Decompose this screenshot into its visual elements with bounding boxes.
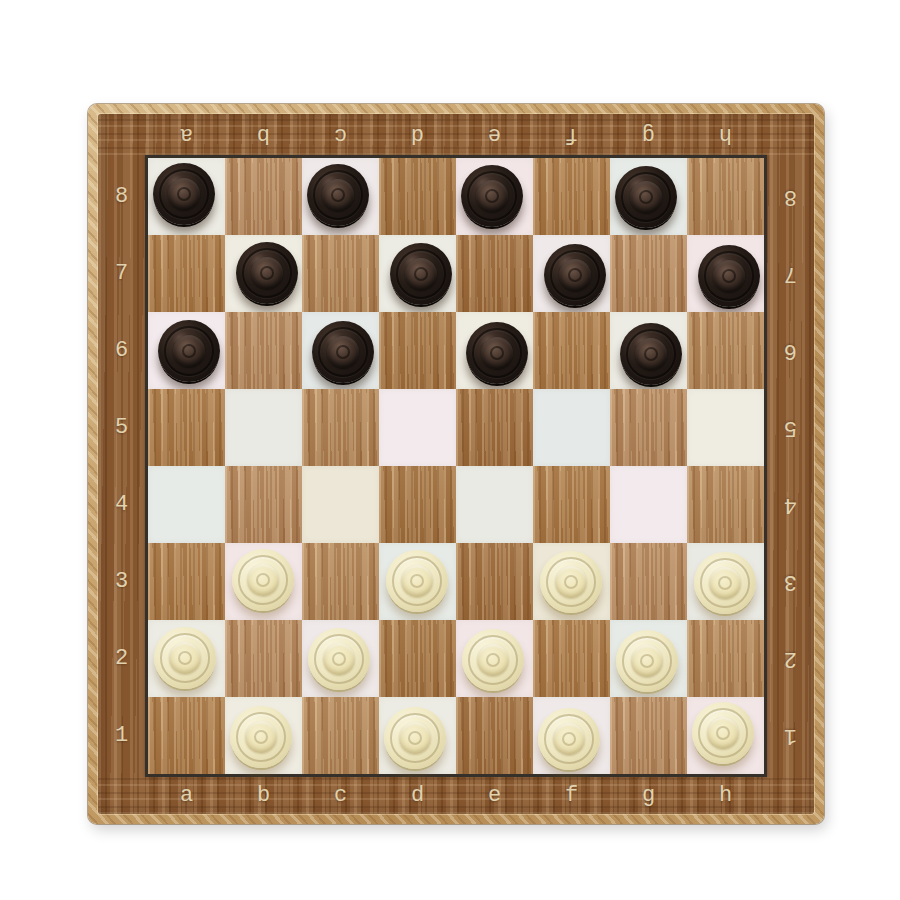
dark-checker-b7[interactable] [236,242,298,304]
checker-dimple [568,268,582,282]
square-b2[interactable] [225,620,302,697]
square-h7[interactable] [687,235,764,312]
rank-label-left-1: 1 [98,697,145,774]
ivory-checker-f3[interactable] [540,551,602,613]
ivory-checker-f1[interactable] [538,708,600,770]
square-d4[interactable] [379,466,456,543]
rank-label-left-2: 2 [98,620,145,697]
file-label-bottom-d: d [379,777,456,814]
ivory-checker-b3[interactable] [232,549,294,611]
square-e6[interactable] [456,312,533,389]
checker-dimple [182,344,196,358]
checker-dimple [640,654,654,668]
square-f8[interactable] [533,158,610,235]
square-a8[interactable] [148,158,225,235]
square-a4[interactable] [148,466,225,543]
square-d8[interactable] [379,158,456,235]
dark-checker-g8[interactable] [615,166,677,228]
checker-dimple [408,731,422,745]
file-labels-bottom: abcdefgh [148,777,764,814]
checker-dimple [336,345,350,359]
square-f7[interactable] [533,235,610,312]
checker-dimple [722,269,736,283]
square-h5[interactable] [687,389,764,466]
file-label-bottom-e: e [456,777,533,814]
square-e5[interactable] [456,389,533,466]
rank-label-right-6: 6 [767,312,814,389]
checker-dimple [260,266,274,280]
ivory-checker-h1[interactable] [692,702,754,764]
file-label-top-e: e [456,114,533,155]
square-f3[interactable] [533,543,610,620]
file-labels-top: abcdefgh [148,114,764,155]
square-g8[interactable] [610,158,687,235]
checker-dimple [639,190,653,204]
file-label-top-g: g [610,114,687,155]
file-label-top-a: a [148,114,225,155]
rank-label-left-8: 8 [98,158,145,235]
square-a6[interactable] [148,312,225,389]
checker-dimple [254,730,268,744]
square-b5[interactable] [225,389,302,466]
square-h8[interactable] [687,158,764,235]
ivory-checker-h3[interactable] [694,552,756,614]
rank-label-right-8: 8 [767,158,814,235]
square-g7[interactable] [610,235,687,312]
rank-label-left-3: 3 [98,543,145,620]
square-b1[interactable] [225,697,302,774]
square-h4[interactable] [687,466,764,543]
checker-dimple [178,651,192,665]
square-a3[interactable] [148,543,225,620]
checker-dimple [410,574,424,588]
square-f2[interactable] [533,620,610,697]
square-g4[interactable] [610,466,687,543]
square-c4[interactable] [302,466,379,543]
square-b3[interactable] [225,543,302,620]
square-c6[interactable] [302,312,379,389]
ivory-checker-c2[interactable] [308,628,370,690]
file-label-bottom-c: c [302,777,379,814]
board-grid [145,155,767,777]
square-f4[interactable] [533,466,610,543]
square-c7[interactable] [302,235,379,312]
square-b4[interactable] [225,466,302,543]
square-g2[interactable] [610,620,687,697]
square-c2[interactable] [302,620,379,697]
file-label-bottom-f: f [533,777,610,814]
checker-dimple [485,189,499,203]
square-c5[interactable] [302,389,379,466]
square-a7[interactable] [148,235,225,312]
file-label-top-b: b [225,114,302,155]
square-d2[interactable] [379,620,456,697]
square-a2[interactable] [148,620,225,697]
checker-dimple [331,188,345,202]
square-g1[interactable] [610,697,687,774]
square-c3[interactable] [302,543,379,620]
rank-label-right-3: 3 [767,543,814,620]
square-f6[interactable] [533,312,610,389]
ivory-checker-d3[interactable] [386,550,448,612]
product-photo-background: abcdefgh abcdefgh 87654321 87654321 [0,0,900,900]
square-h2[interactable] [687,620,764,697]
square-c8[interactable] [302,158,379,235]
file-label-top-h: h [687,114,764,155]
checker-dimple [718,576,732,590]
square-b8[interactable] [225,158,302,235]
file-label-top-d: d [379,114,456,155]
checker-dimple [256,573,270,587]
dark-checker-a8[interactable] [153,163,215,225]
square-d5[interactable] [379,389,456,466]
square-e7[interactable] [456,235,533,312]
dark-checker-c8[interactable] [307,164,369,226]
rank-label-left-4: 4 [98,466,145,543]
square-d7[interactable] [379,235,456,312]
ivory-checker-d1[interactable] [384,707,446,769]
square-c1[interactable] [302,697,379,774]
square-f5[interactable] [533,389,610,466]
dark-checker-e6[interactable] [466,322,528,384]
square-g5[interactable] [610,389,687,466]
square-e1[interactable] [456,697,533,774]
checker-dimple [486,653,500,667]
file-label-top-f: f [533,114,610,155]
ivory-checker-b1[interactable] [230,706,292,768]
square-a5[interactable] [148,389,225,466]
square-f1[interactable] [533,697,610,774]
square-h1[interactable] [687,697,764,774]
rank-label-right-7: 7 [767,235,814,312]
checker-dimple [716,726,730,740]
file-label-bottom-a: a [148,777,225,814]
square-d3[interactable] [379,543,456,620]
checker-dimple [332,652,346,666]
rank-label-left-5: 5 [98,389,145,466]
square-d6[interactable] [379,312,456,389]
square-a1[interactable] [148,697,225,774]
checker-dimple [177,187,191,201]
checker-dimple [644,347,658,361]
square-e2[interactable] [456,620,533,697]
square-e3[interactable] [456,543,533,620]
dark-checker-a6[interactable] [158,320,220,382]
checker-dimple [490,346,504,360]
board-frame: abcdefgh abcdefgh 87654321 87654321 [88,104,824,824]
board-surface: abcdefgh abcdefgh 87654321 87654321 [98,114,814,814]
dark-checker-e8[interactable] [461,165,523,227]
file-label-top-c: c [302,114,379,155]
file-label-bottom-h: h [687,777,764,814]
dark-checker-f7[interactable] [544,244,606,306]
checker-dimple [414,267,428,281]
square-b6[interactable] [225,312,302,389]
square-h6[interactable] [687,312,764,389]
ivory-checker-g2[interactable] [616,630,678,692]
square-e8[interactable] [456,158,533,235]
rank-labels-left: 87654321 [98,158,145,774]
square-h3[interactable] [687,543,764,620]
rank-labels-right: 87654321 [767,158,814,774]
ivory-checker-a2[interactable] [154,627,216,689]
rank-label-right-4: 4 [767,466,814,543]
dark-checker-h7[interactable] [698,245,760,307]
square-e4[interactable] [456,466,533,543]
dark-checker-g6[interactable] [620,323,682,385]
rank-label-right-5: 5 [767,389,814,466]
rank-label-right-2: 2 [767,620,814,697]
file-label-bottom-b: b [225,777,302,814]
ivory-checker-e2[interactable] [462,629,524,691]
square-g3[interactable] [610,543,687,620]
square-b7[interactable] [225,235,302,312]
checker-dimple [562,732,576,746]
rank-label-left-6: 6 [98,312,145,389]
dark-checker-c6[interactable] [312,321,374,383]
rank-label-right-1: 1 [767,697,814,774]
checker-dimple [564,575,578,589]
square-d1[interactable] [379,697,456,774]
square-g6[interactable] [610,312,687,389]
dark-checker-d7[interactable] [390,243,452,305]
file-label-bottom-g: g [610,777,687,814]
rank-label-left-7: 7 [98,235,145,312]
